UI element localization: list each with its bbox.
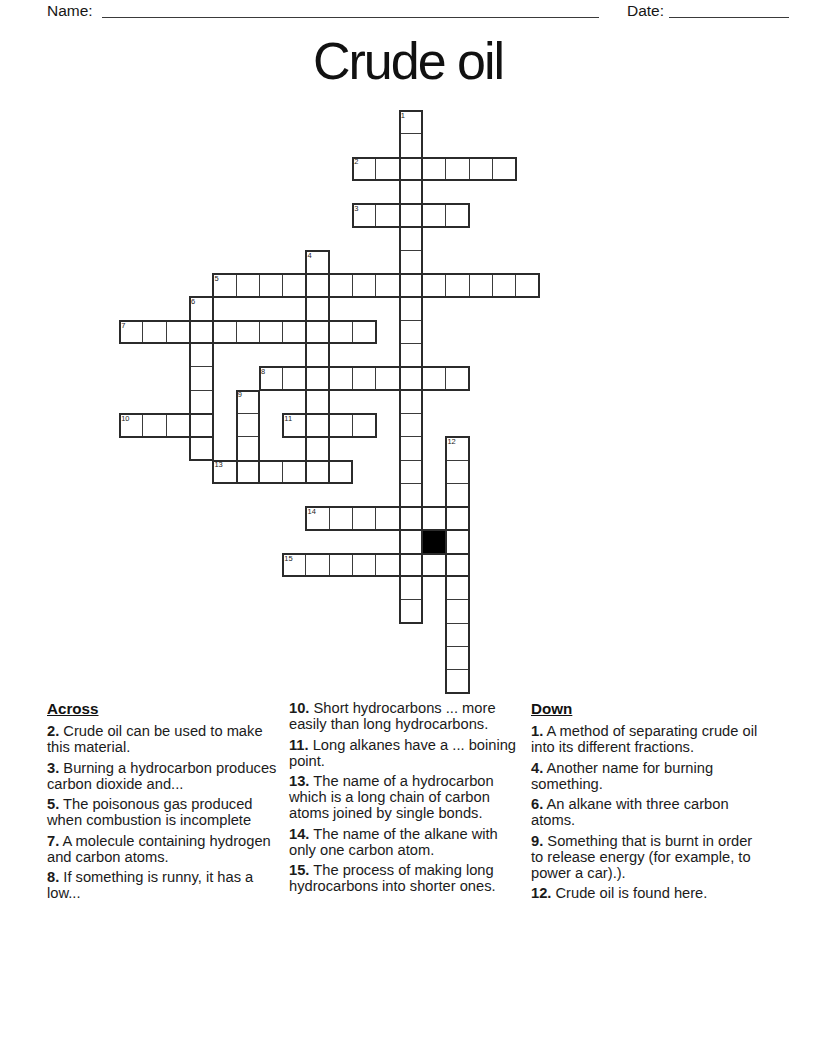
cell-r7c15[interactable]	[469, 273, 494, 298]
worksheet-page: { "game": "crossword", "title": "Crude o…	[0, 0, 816, 1056]
cell-r11c14[interactable]	[445, 366, 470, 391]
clue-across-8: 8. If something is runny, it has a low..…	[47, 869, 284, 901]
cell-r11c7[interactable]	[282, 366, 307, 391]
cell-r4c11[interactable]	[375, 203, 400, 228]
cell-r15c6[interactable]	[259, 460, 284, 485]
cell-r13c7[interactable]	[282, 413, 307, 438]
cell-r14c14[interactable]	[445, 436, 470, 461]
cell-r23c14[interactable]	[445, 646, 470, 671]
name-input-line[interactable]	[102, 1, 599, 18]
cell-r15c14[interactable]	[445, 460, 470, 485]
cell-r9c2[interactable]	[166, 320, 191, 345]
cell-r9c7[interactable]	[282, 320, 307, 345]
cell-r7c14[interactable]	[445, 273, 470, 298]
cell-r4c10[interactable]	[352, 203, 377, 228]
cell-r10c8[interactable]	[305, 343, 330, 368]
cell-r7c4[interactable]	[212, 273, 237, 298]
crossword-grid: 123456789101112131415	[119, 110, 540, 694]
cell-r17c12[interactable]	[399, 506, 424, 531]
cell-r18c12[interactable]	[399, 529, 424, 554]
cell-r15c4[interactable]	[212, 460, 237, 485]
clue-number-label-8: 8.	[47, 869, 59, 885]
cell-r15c7[interactable]	[282, 460, 307, 485]
clue-across-13: 13. The name of a hydrocarbon which is a…	[289, 773, 526, 821]
across-clues-column-1: Across 2. Crude oil can be used to make …	[47, 700, 284, 906]
cell-r19c11[interactable]	[375, 553, 400, 578]
cell-r17c11[interactable]	[375, 506, 400, 531]
cell-r19c10[interactable]	[352, 553, 377, 578]
cell-r2c15[interactable]	[469, 157, 494, 182]
clue-number-label-5: 5.	[47, 796, 59, 812]
cell-r0c12[interactable]	[399, 110, 424, 135]
cell-r22c14[interactable]	[445, 623, 470, 648]
clue-across-11: 11. Long alkanes have a ... boining poin…	[289, 737, 526, 769]
cell-r9c0[interactable]	[119, 320, 144, 345]
clue-number-label-3: 3.	[47, 760, 59, 776]
cell-r9c5[interactable]	[236, 320, 261, 345]
clue-number-label-15: 15.	[289, 862, 309, 878]
cell-r20c14[interactable]	[445, 576, 470, 601]
cell-r13c1[interactable]	[142, 413, 167, 438]
name-label: Name:	[47, 2, 93, 20]
cell-r11c3[interactable]	[189, 366, 214, 391]
clue-number-label-4: 4.	[531, 760, 543, 776]
clue-number-label-11: 11.	[289, 737, 309, 753]
cell-r19c12[interactable]	[399, 553, 424, 578]
cell-r7c13[interactable]	[422, 273, 447, 298]
clue-number-label-13: 13.	[289, 773, 309, 789]
cell-r14c3[interactable]	[189, 436, 214, 461]
cell-r15c9[interactable]	[329, 460, 354, 485]
cell-r6c8[interactable]	[305, 250, 330, 275]
cell-r13c3[interactable]	[189, 413, 214, 438]
cell-r17c9[interactable]	[329, 506, 354, 531]
cell-r9c9[interactable]	[329, 320, 354, 345]
cell-r7c10[interactable]	[352, 273, 377, 298]
cell-r10c12[interactable]	[399, 343, 424, 368]
down-clues: 1. A method of separating crude oil into…	[531, 723, 768, 901]
cell-r11c9[interactable]	[329, 366, 354, 391]
cell-r7c8[interactable]	[305, 273, 330, 298]
cell-r11c8[interactable]	[305, 366, 330, 391]
across-clues-column-2: 10. Short hydrocarbons ... more easily t…	[289, 700, 526, 899]
cell-r8c8[interactable]	[305, 296, 330, 321]
cell-r8c12[interactable]	[399, 296, 424, 321]
cell-r1c12[interactable]	[399, 133, 424, 158]
cell-r15c8[interactable]	[305, 460, 330, 485]
cell-r13c10[interactable]	[352, 413, 377, 438]
across-heading: Across	[47, 700, 284, 717]
cell-r21c12[interactable]	[399, 599, 424, 624]
cell-r7c5[interactable]	[236, 273, 261, 298]
cell-r8c3[interactable]	[189, 296, 214, 321]
clue-down-6: 6. An alkane with three carbon atoms.	[531, 796, 768, 828]
clue-number-label-7: 7.	[47, 833, 59, 849]
cell-r24c14[interactable]	[445, 669, 470, 694]
cell-r14c8[interactable]	[305, 436, 330, 461]
clue-across-2: 2. Crude oil can be used to make this ma…	[47, 723, 284, 755]
cell-r15c12[interactable]	[399, 460, 424, 485]
cell-r17c13[interactable]	[422, 506, 447, 531]
clue-number-label-10: 10.	[289, 700, 309, 716]
cell-r17c8[interactable]	[305, 506, 330, 531]
cell-r7c9[interactable]	[329, 273, 354, 298]
cell-r12c3[interactable]	[189, 390, 214, 415]
cell-r9c10[interactable]	[352, 320, 377, 345]
cell-r13c12[interactable]	[399, 413, 424, 438]
clue-across-3: 3. Burning a hydrocarbon produces carbon…	[47, 760, 284, 792]
cell-r13c9[interactable]	[329, 413, 354, 438]
clue-across-15: 15. The process of making long hydrocarb…	[289, 862, 526, 894]
clue-across-5: 5. The poisonous gas produced when combu…	[47, 796, 284, 828]
cell-r14c12[interactable]	[399, 436, 424, 461]
cell-r11c13[interactable]	[422, 366, 447, 391]
cell-r9c3[interactable]	[189, 320, 214, 345]
clue-down-9: 9. Something that is burnt in order to r…	[531, 833, 768, 881]
cell-r10c3[interactable]	[189, 343, 214, 368]
cell-r15c5[interactable]	[236, 460, 261, 485]
cell-r13c0[interactable]	[119, 413, 144, 438]
cell-r7c16[interactable]	[492, 273, 517, 298]
cell-r7c17[interactable]	[515, 273, 540, 298]
across-clues-col2: 10. Short hydrocarbons ... more easily t…	[289, 700, 526, 894]
cell-r6c12[interactable]	[399, 250, 424, 275]
cell-r12c5[interactable]	[236, 390, 261, 415]
cell-r4c12[interactable]	[399, 203, 424, 228]
cell-r17c14[interactable]	[445, 506, 470, 531]
cell-r14c5[interactable]	[236, 436, 261, 461]
clue-number-label-9: 9.	[531, 833, 543, 849]
date-input-line[interactable]	[669, 1, 789, 18]
cell-r11c12[interactable]	[399, 366, 424, 391]
puzzle-title: Crude oil	[0, 33, 816, 89]
cell-r19c7[interactable]	[282, 553, 307, 578]
cell-r18c14[interactable]	[445, 529, 470, 554]
down-clues-column: Down 1. A method of separating crude oil…	[531, 700, 768, 906]
cell-r11c11[interactable]	[375, 366, 400, 391]
down-heading: Down	[531, 700, 768, 717]
cell-r20c12[interactable]	[399, 576, 424, 601]
cell-r2c13[interactable]	[422, 157, 447, 182]
cell-r9c8[interactable]	[305, 320, 330, 345]
clue-number-label-12: 12.	[531, 885, 551, 901]
cell-r19c9[interactable]	[329, 553, 354, 578]
clue-across-10: 10. Short hydrocarbons ... more easily t…	[289, 700, 526, 732]
cell-r7c11[interactable]	[375, 273, 400, 298]
clue-number-label-2: 2.	[47, 723, 59, 739]
clue-number-label-14: 14.	[289, 826, 309, 842]
cell-r9c6[interactable]	[259, 320, 284, 345]
cell-r13c2[interactable]	[166, 413, 191, 438]
cell-r9c12[interactable]	[399, 320, 424, 345]
cell-r16c14[interactable]	[445, 483, 470, 508]
cell-r7c7[interactable]	[282, 273, 307, 298]
cell-r2c10[interactable]	[352, 157, 377, 182]
cell-r9c4[interactable]	[212, 320, 237, 345]
cell-r19c13[interactable]	[422, 553, 447, 578]
cell-r17c10[interactable]	[352, 506, 377, 531]
cell-r4c14[interactable]	[445, 203, 470, 228]
cell-r19c14[interactable]	[445, 553, 470, 578]
cell-r5c12[interactable]	[399, 227, 424, 252]
cell-r11c6[interactable]	[259, 366, 284, 391]
cell-r2c11[interactable]	[375, 157, 400, 182]
clue-across-14: 14. The name of the alkane with only one…	[289, 826, 526, 858]
clue-number-label-6: 6.	[531, 796, 543, 812]
clue-down-1: 1. A method of separating crude oil into…	[531, 723, 768, 755]
cell-r2c16[interactable]	[492, 157, 517, 182]
clue-across-7: 7. A molecule containing hydrogen and ca…	[47, 833, 284, 865]
cell-r12c8[interactable]	[305, 390, 330, 415]
clue-down-4: 4. Another name for burning something.	[531, 760, 768, 792]
cell-r2c12[interactable]	[399, 157, 424, 182]
cell-r12c12[interactable]	[399, 390, 424, 415]
cell-r7c6[interactable]	[259, 273, 284, 298]
cell-r13c8[interactable]	[305, 413, 330, 438]
black-cell	[422, 529, 447, 554]
cell-r21c14[interactable]	[445, 599, 470, 624]
cell-r19c8[interactable]	[305, 553, 330, 578]
cell-r9c1[interactable]	[142, 320, 167, 345]
across-clues-col1: 2. Crude oil can be used to make this ma…	[47, 723, 284, 901]
cell-r3c12[interactable]	[399, 180, 424, 205]
cell-r2c14[interactable]	[445, 157, 470, 182]
cell-r4c13[interactable]	[422, 203, 447, 228]
cell-r13c5[interactable]	[236, 413, 261, 438]
clue-number-label-1: 1.	[531, 723, 543, 739]
clue-down-12: 12. Crude oil is found here.	[531, 885, 768, 901]
cell-r11c10[interactable]	[352, 366, 377, 391]
cell-r16c12[interactable]	[399, 483, 424, 508]
cell-r7c12[interactable]	[399, 273, 424, 298]
date-label: Date:	[627, 2, 664, 20]
